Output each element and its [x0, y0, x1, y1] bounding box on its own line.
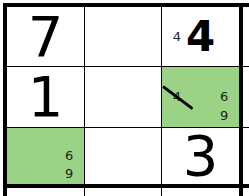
elimination-strike-icon	[162, 85, 193, 110]
cell-r3c3[interactable]: 3	[162, 128, 243, 188]
cell-r2c2[interactable]	[85, 67, 162, 128]
cell-r1c4-sliver	[243, 7, 249, 67]
sudoku-board: 7 4 4 1 4 6 9	[3, 3, 249, 196]
cell-r3c4-sliver	[243, 128, 249, 188]
digit: 3	[183, 128, 219, 184]
cell-r4c3-sliver	[162, 188, 243, 196]
candidate-9: 9	[57, 165, 81, 182]
cell-r3c1[interactable]: 6 9	[7, 128, 85, 188]
digit: 7	[28, 9, 64, 65]
cell-r1c3[interactable]: 4 4	[162, 7, 243, 67]
candidate-6: 6	[57, 147, 81, 164]
cell-r4c1-sliver	[7, 188, 85, 196]
cell-r2c3[interactable]: 4 6 9	[162, 67, 243, 128]
digit: 1	[28, 69, 64, 125]
cell-r1c2[interactable]	[85, 7, 162, 67]
cell-r3c2[interactable]	[85, 128, 162, 188]
cell-r4c4-sliver	[243, 188, 249, 196]
cell-r1c1[interactable]: 7	[7, 7, 85, 67]
cell-r2c1[interactable]: 1	[7, 67, 85, 128]
pencil-marks: 6 9	[7, 128, 84, 184]
candidate-6: 6	[212, 88, 236, 107]
cell-r4c2-sliver	[85, 188, 162, 196]
placed-digit: 4	[186, 16, 215, 58]
sudoku-screenshot: 7 4 4 1 4 6 9	[0, 0, 249, 196]
cell-r2c4-sliver	[243, 67, 249, 128]
